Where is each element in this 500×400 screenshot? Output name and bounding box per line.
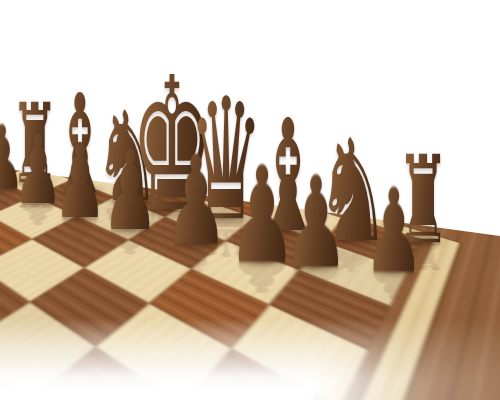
chess-set-photo: ♜♜♝♝♞♞♚♚♛♛♝♝♞♞♜♜♟♟♟♟♟♟♟♟♟♟♟♟♟♟♟♟: [0, 0, 500, 400]
chess-piece-pawn: ♟: [53, 130, 107, 233]
chess-piece-pawn: ♟: [101, 136, 158, 246]
pieces-layer: ♜♜♝♝♞♞♚♚♛♛♝♝♞♞♜♜♟♟♟♟♟♟♟♟♟♟♟♟♟♟♟♟: [0, 0, 500, 400]
chess-piece-pawn: ♟: [283, 160, 349, 287]
chess-piece-pawn: ♟: [364, 173, 425, 290]
chess-piece-pawn: ♟: [164, 139, 228, 263]
